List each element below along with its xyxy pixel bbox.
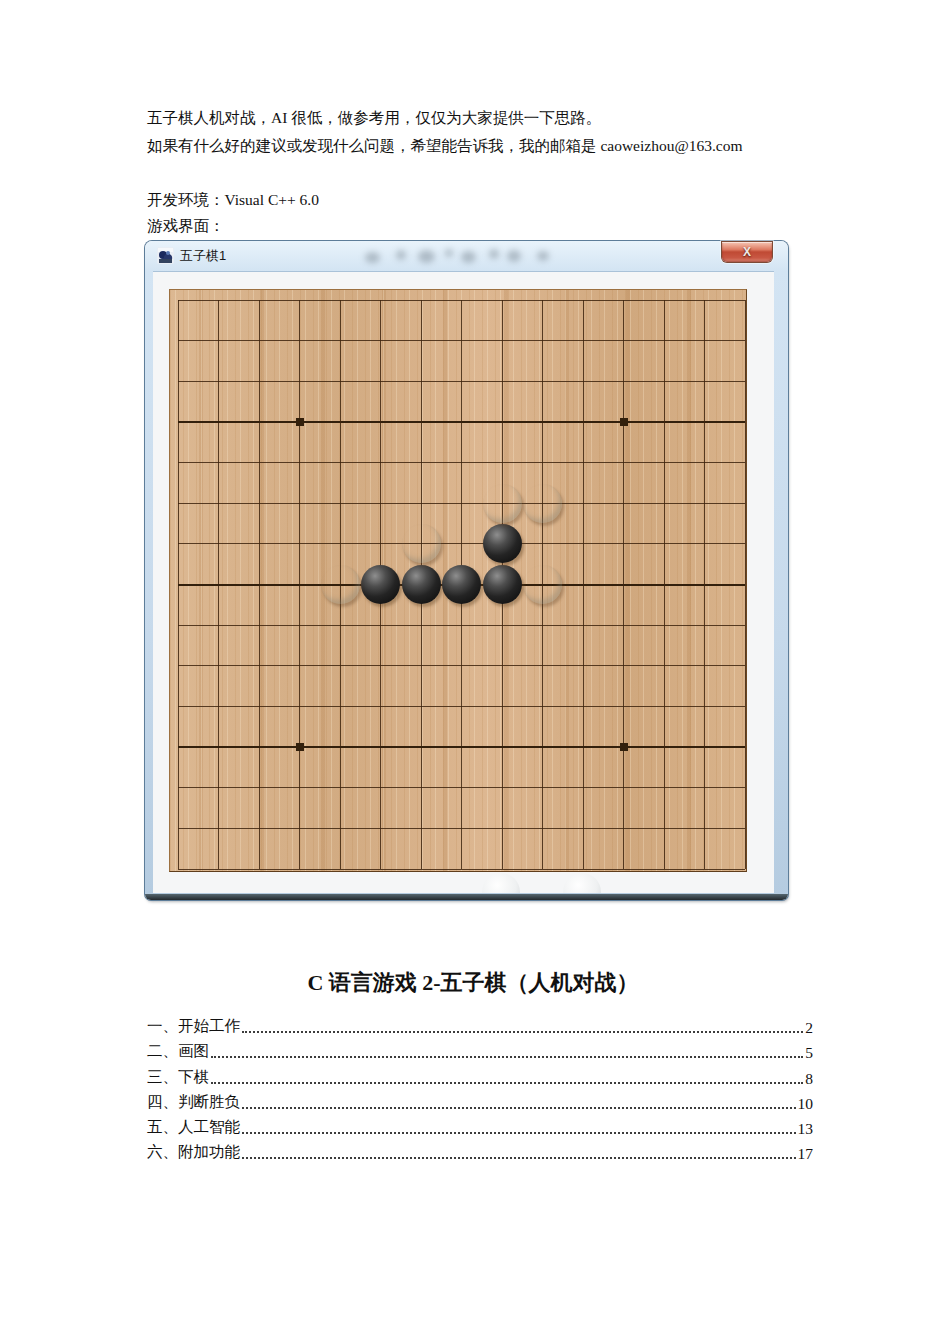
black-stone bbox=[483, 524, 522, 563]
page-title: C 语言游戏 2-五子棋（人机对战） bbox=[140, 966, 806, 1000]
partial-white-stone bbox=[482, 873, 520, 893]
grid-line-vertical bbox=[623, 300, 624, 869]
intro-paragraphs: 五子棋人机对战，AI 很低，做参考用，仅仅为大家提供一下思路。 如果有什么好的建… bbox=[147, 104, 837, 160]
grid-line-vertical bbox=[664, 300, 665, 869]
toc-dot-leader bbox=[242, 1156, 796, 1159]
watermark-smudge bbox=[365, 245, 570, 267]
toc-entry[interactable]: 六、附加功能 17 bbox=[147, 1138, 813, 1163]
gomoku-app-window: 五子棋1 X bbox=[145, 241, 788, 900]
toc-dot-leader bbox=[242, 1106, 796, 1109]
toc-page-number: 13 bbox=[798, 1120, 814, 1138]
star-point bbox=[296, 743, 304, 751]
grid-line-horizontal bbox=[178, 787, 745, 788]
black-stone bbox=[442, 565, 481, 604]
black-stone bbox=[483, 565, 522, 604]
white-stone bbox=[523, 565, 562, 604]
grid-line-horizontal bbox=[178, 869, 745, 870]
intro-line-1: 五子棋人机对战，AI 很低，做参考用，仅仅为大家提供一下思路。 bbox=[147, 104, 837, 132]
close-button[interactable]: X bbox=[722, 242, 772, 262]
grid-line-horizontal bbox=[178, 665, 745, 666]
grid-line-vertical bbox=[745, 300, 746, 869]
black-stone bbox=[402, 565, 441, 604]
grid-line-horizontal bbox=[178, 706, 745, 707]
toc-dot-leader bbox=[242, 1131, 796, 1134]
toc-page-number: 8 bbox=[805, 1070, 813, 1088]
grid-line-vertical bbox=[704, 300, 705, 869]
grid-line-horizontal bbox=[178, 746, 745, 748]
grid-line-horizontal bbox=[178, 625, 745, 626]
grid-line-horizontal bbox=[178, 828, 745, 829]
toc-entry[interactable]: 三、下棋 8 bbox=[147, 1062, 813, 1087]
star-point bbox=[296, 418, 304, 426]
black-stone bbox=[361, 565, 400, 604]
toc-entry[interactable]: 四、判断胜负 10 bbox=[147, 1088, 813, 1113]
toc-entry-label: 六、附加功能 bbox=[147, 1142, 240, 1163]
white-stone bbox=[321, 565, 360, 604]
game-ui-label: 游戏界面： bbox=[147, 212, 837, 240]
toc-entry-label: 二、画图 bbox=[147, 1041, 209, 1062]
star-point bbox=[620, 418, 628, 426]
document-page: { "doc": { "paragraphs": [ "五子棋人机对战，AI 很… bbox=[0, 0, 945, 1337]
toc-dot-leader bbox=[211, 1081, 803, 1084]
white-stone bbox=[523, 484, 562, 523]
titlebar[interactable]: 五子棋1 X bbox=[145, 241, 788, 271]
dev-environment-line: 开发环境：Visual C++ 6.0 bbox=[147, 186, 837, 214]
toc-entry-label: 四、判断胜负 bbox=[147, 1092, 240, 1113]
app-icon bbox=[157, 247, 174, 264]
window-client-area bbox=[153, 271, 774, 893]
grid-line-vertical bbox=[583, 300, 584, 869]
toc-entry[interactable]: 一、开始工作 2 bbox=[147, 1012, 813, 1037]
toc-page-number: 2 bbox=[805, 1019, 813, 1037]
toc-entry[interactable]: 二、画图 5 bbox=[147, 1037, 813, 1062]
toc-entry-label: 五、人工智能 bbox=[147, 1117, 240, 1138]
toc-dot-leader bbox=[242, 1030, 803, 1033]
window-title: 五子棋1 bbox=[180, 247, 226, 265]
close-icon: X bbox=[743, 246, 751, 258]
gomoku-board[interactable] bbox=[169, 289, 747, 872]
toc-dot-leader bbox=[211, 1055, 803, 1058]
toc-page-number: 17 bbox=[798, 1145, 814, 1163]
star-point bbox=[620, 743, 628, 751]
white-stone bbox=[483, 484, 522, 523]
partial-white-stone bbox=[563, 873, 601, 893]
white-stone bbox=[402, 524, 441, 563]
toc-entry-label: 三、下棋 bbox=[147, 1067, 209, 1088]
table-of-contents: 一、开始工作 2 二、画图 5 三、下棋 8 四、判断胜负 10 五、人工智能 … bbox=[147, 1012, 813, 1163]
toc-entry-label: 一、开始工作 bbox=[147, 1016, 240, 1037]
intro-line-2: 如果有什么好的建议或发现什么问题，希望能告诉我，我的邮箱是 caoweizhou… bbox=[147, 132, 837, 160]
toc-page-number: 10 bbox=[798, 1095, 814, 1113]
toc-page-number: 5 bbox=[805, 1044, 813, 1062]
toc-entry[interactable]: 五、人工智能 13 bbox=[147, 1113, 813, 1138]
